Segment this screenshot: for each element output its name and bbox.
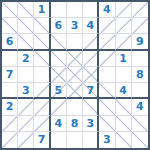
- cell-r8c1[interactable]: [2, 116, 18, 132]
- cell-r1c4[interactable]: [51, 2, 67, 18]
- cell-r7c3[interactable]: [34, 99, 50, 115]
- cell-r2c9[interactable]: [132, 18, 148, 34]
- cell-r5c3[interactable]: [34, 67, 50, 83]
- cell-r2c6[interactable]: 4: [83, 18, 99, 34]
- cell-r3c8[interactable]: [116, 34, 132, 50]
- cell-r7c9[interactable]: 4: [132, 99, 148, 115]
- cell-r4c3[interactable]: [34, 51, 50, 67]
- cell-r1c8[interactable]: [116, 2, 132, 18]
- cell-r5c9[interactable]: 8: [132, 67, 148, 83]
- cell-r5c4[interactable]: [51, 67, 67, 83]
- cell-r9c1[interactable]: [2, 132, 18, 148]
- cell-r8c5[interactable]: 8: [67, 116, 83, 132]
- cell-r3c3[interactable]: [34, 34, 50, 50]
- cell-r7c2[interactable]: [18, 99, 34, 115]
- cell-r2c5[interactable]: 3: [67, 18, 83, 34]
- cell-r6c2[interactable]: 3: [18, 83, 34, 99]
- cell-r5c8[interactable]: [116, 67, 132, 83]
- cell-r3c1[interactable]: 6: [2, 34, 18, 50]
- cell-r9c4[interactable]: [51, 132, 67, 148]
- cell-r9c8[interactable]: [116, 132, 132, 148]
- cell-r6c4[interactable]: 5: [51, 83, 67, 99]
- cell-r6c3[interactable]: [34, 83, 50, 99]
- cell-r2c7[interactable]: [99, 18, 115, 34]
- cell-r5c6[interactable]: [83, 67, 99, 83]
- cell-r2c1[interactable]: [2, 18, 18, 34]
- cell-r7c5[interactable]: [67, 99, 83, 115]
- cell-r4c2[interactable]: 2: [18, 51, 34, 67]
- cell-r4c9[interactable]: [132, 51, 148, 67]
- cell-r2c2[interactable]: [18, 18, 34, 34]
- cell-r6c8[interactable]: 4: [116, 83, 132, 99]
- cell-r8c6[interactable]: 3: [83, 116, 99, 132]
- cell-r1c9[interactable]: [132, 2, 148, 18]
- sudoku-board: 1463469217835742448373: [0, 0, 150, 150]
- sudoku-grid: 1463469217835742448373: [2, 2, 148, 148]
- cell-r1c2[interactable]: [18, 2, 34, 18]
- cell-r5c7[interactable]: [99, 67, 115, 83]
- cell-r1c1[interactable]: [2, 2, 18, 18]
- cell-r7c7[interactable]: [99, 99, 115, 115]
- cell-r4c1[interactable]: [2, 51, 18, 67]
- cell-r9c5[interactable]: [67, 132, 83, 148]
- cell-r9c3[interactable]: 7: [34, 132, 50, 148]
- cell-r2c8[interactable]: [116, 18, 132, 34]
- cell-r1c3[interactable]: 1: [34, 2, 50, 18]
- cell-r1c7[interactable]: 4: [99, 2, 115, 18]
- cell-r9c7[interactable]: 3: [99, 132, 115, 148]
- cell-r3c9[interactable]: 9: [132, 34, 148, 50]
- cell-r8c2[interactable]: [18, 116, 34, 132]
- cell-r5c1[interactable]: 7: [2, 67, 18, 83]
- cell-r8c9[interactable]: [132, 116, 148, 132]
- cell-r8c3[interactable]: [34, 116, 50, 132]
- cell-r9c9[interactable]: [132, 132, 148, 148]
- cell-r6c9[interactable]: [132, 83, 148, 99]
- cell-r9c2[interactable]: [18, 132, 34, 148]
- cell-r3c5[interactable]: [67, 34, 83, 50]
- cell-r6c7[interactable]: [99, 83, 115, 99]
- cell-r7c6[interactable]: [83, 99, 99, 115]
- cell-r4c7[interactable]: [99, 51, 115, 67]
- cell-r3c6[interactable]: [83, 34, 99, 50]
- cell-r9c6[interactable]: [83, 132, 99, 148]
- cell-r6c5[interactable]: [67, 83, 83, 99]
- cell-r8c7[interactable]: [99, 116, 115, 132]
- cell-r5c5[interactable]: [67, 67, 83, 83]
- cell-r3c7[interactable]: [99, 34, 115, 50]
- cell-r6c6[interactable]: 7: [83, 83, 99, 99]
- cell-r2c4[interactable]: 6: [51, 18, 67, 34]
- cell-r4c8[interactable]: 1: [116, 51, 132, 67]
- cell-r4c6[interactable]: [83, 51, 99, 67]
- cell-r3c2[interactable]: [18, 34, 34, 50]
- cell-r7c4[interactable]: [51, 99, 67, 115]
- cell-r4c5[interactable]: [67, 51, 83, 67]
- cell-r5c2[interactable]: [18, 67, 34, 83]
- cell-r1c6[interactable]: [83, 2, 99, 18]
- cell-r1c5[interactable]: [67, 2, 83, 18]
- cell-r4c4[interactable]: [51, 51, 67, 67]
- cell-r6c1[interactable]: [2, 83, 18, 99]
- cell-r3c4[interactable]: [51, 34, 67, 50]
- cell-r8c4[interactable]: 4: [51, 116, 67, 132]
- cell-r7c8[interactable]: [116, 99, 132, 115]
- cell-r2c3[interactable]: [34, 18, 50, 34]
- cell-r7c1[interactable]: 2: [2, 99, 18, 115]
- cell-r8c8[interactable]: [116, 116, 132, 132]
